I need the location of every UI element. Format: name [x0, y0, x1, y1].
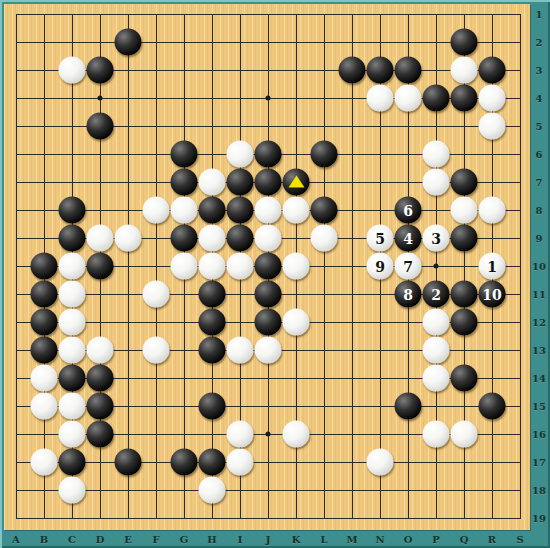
coord-label-bottom-B: B — [40, 534, 48, 545]
coord-label-bottom-A: A — [12, 534, 20, 545]
white-stone-P6[interactable] — [423, 141, 450, 168]
white-stone-R5[interactable] — [479, 113, 506, 140]
black-stone-G6[interactable] — [171, 141, 198, 168]
white-stone-R10[interactable]: 1 — [479, 253, 506, 280]
move-number-label: 7 — [403, 259, 413, 273]
grid-line-vertical — [324, 14, 325, 519]
move-number-label: 10 — [482, 287, 501, 301]
move-number-label: 6 — [403, 203, 413, 217]
white-stone-P12[interactable] — [423, 309, 450, 336]
star-point — [98, 96, 103, 101]
go-board-window: 65439718210 ABCDEFGHIJKLMNOPQRS123456789… — [0, 0, 550, 548]
star-point — [266, 432, 271, 437]
coord-label-bottom-M: M — [346, 534, 357, 545]
coord-label-right-12: 12 — [532, 317, 546, 328]
coord-label-right-5: 5 — [536, 121, 543, 132]
black-stone-G7[interactable] — [171, 169, 198, 196]
white-stone-I6[interactable] — [227, 141, 254, 168]
white-stone-Q3[interactable] — [451, 57, 478, 84]
black-stone-D5[interactable] — [87, 113, 114, 140]
white-stone-C18[interactable] — [59, 477, 86, 504]
white-stone-J9[interactable] — [255, 225, 282, 252]
coord-label-right-17: 17 — [532, 457, 546, 468]
go-board[interactable]: 65439718210 — [4, 4, 530, 530]
white-stone-P16[interactable] — [423, 421, 450, 448]
black-stone-B10[interactable] — [31, 253, 58, 280]
white-stone-P13[interactable] — [423, 337, 450, 364]
white-stone-K16[interactable] — [283, 421, 310, 448]
black-stone-Q9[interactable] — [451, 225, 478, 252]
coord-label-bottom-O: O — [404, 534, 413, 545]
white-stone-G8[interactable] — [171, 197, 198, 224]
black-stone-N3[interactable] — [367, 57, 394, 84]
coord-label-right-11: 11 — [532, 289, 546, 300]
white-stone-C3[interactable] — [59, 57, 86, 84]
move-number-label: 8 — [403, 287, 413, 301]
white-stone-R8[interactable] — [479, 197, 506, 224]
coord-label-bottom-E: E — [124, 534, 132, 545]
black-stone-O9[interactable]: 4 — [395, 225, 422, 252]
coord-label-right-18: 18 — [532, 485, 546, 496]
black-stone-J11[interactable] — [255, 281, 282, 308]
black-stone-H11[interactable] — [199, 281, 226, 308]
coord-label-bottom-N: N — [375, 534, 384, 545]
black-stone-P11[interactable]: 2 — [423, 281, 450, 308]
black-stone-B13[interactable] — [31, 337, 58, 364]
black-stone-M3[interactable] — [339, 57, 366, 84]
coord-label-bottom-G: G — [180, 534, 189, 545]
black-stone-O11[interactable]: 8 — [395, 281, 422, 308]
coord-label-bottom-C: C — [68, 534, 76, 545]
white-stone-F13[interactable] — [143, 337, 170, 364]
black-stone-D3[interactable] — [87, 57, 114, 84]
white-stone-O4[interactable] — [395, 85, 422, 112]
white-stone-B14[interactable] — [31, 365, 58, 392]
white-stone-H9[interactable] — [199, 225, 226, 252]
white-stone-H7[interactable] — [199, 169, 226, 196]
black-stone-J10[interactable] — [255, 253, 282, 280]
black-stone-I9[interactable] — [227, 225, 254, 252]
white-stone-Q8[interactable] — [451, 197, 478, 224]
coord-label-right-4: 4 — [536, 93, 543, 104]
coord-label-bottom-I: I — [238, 534, 243, 545]
black-stone-E17[interactable] — [115, 449, 142, 476]
coord-label-bottom-Q: Q — [460, 534, 469, 545]
black-stone-G9[interactable] — [171, 225, 198, 252]
black-stone-H17[interactable] — [199, 449, 226, 476]
black-stone-B11[interactable] — [31, 281, 58, 308]
coord-label-right-16: 16 — [532, 429, 546, 440]
black-stone-D15[interactable] — [87, 393, 114, 420]
coord-label-right-6: 6 — [536, 149, 543, 160]
white-stone-F8[interactable] — [143, 197, 170, 224]
black-stone-R3[interactable] — [479, 57, 506, 84]
coord-label-bottom-J: J — [266, 534, 271, 545]
white-stone-J8[interactable] — [255, 197, 282, 224]
black-stone-Q7[interactable] — [451, 169, 478, 196]
star-point — [434, 264, 439, 269]
black-stone-I7[interactable] — [227, 169, 254, 196]
white-stone-G10[interactable] — [171, 253, 198, 280]
coord-label-right-10: 10 — [532, 261, 546, 272]
white-stone-C13[interactable] — [59, 337, 86, 364]
black-stone-O3[interactable] — [395, 57, 422, 84]
grid-line-horizontal — [16, 462, 521, 463]
coord-label-bottom-K: K — [292, 534, 301, 545]
white-stone-C12[interactable] — [59, 309, 86, 336]
grid-line-horizontal — [16, 518, 521, 519]
coord-label-bottom-R: R — [488, 534, 496, 545]
white-stone-N4[interactable] — [367, 85, 394, 112]
white-stone-R4[interactable] — [479, 85, 506, 112]
star-point — [266, 96, 271, 101]
coord-label-right-19: 19 — [532, 513, 546, 524]
coord-label-right-13: 13 — [532, 345, 546, 356]
black-stone-E2[interactable] — [115, 29, 142, 56]
white-stone-I10[interactable] — [227, 253, 254, 280]
white-stone-K8[interactable] — [283, 197, 310, 224]
white-stone-D13[interactable] — [87, 337, 114, 364]
black-stone-Q11[interactable] — [451, 281, 478, 308]
black-stone-H8[interactable] — [199, 197, 226, 224]
white-stone-D9[interactable] — [87, 225, 114, 252]
black-stone-H13[interactable] — [199, 337, 226, 364]
white-stone-P7[interactable] — [423, 169, 450, 196]
coord-label-right-9: 9 — [536, 233, 543, 244]
black-stone-D14[interactable] — [87, 365, 114, 392]
black-stone-C17[interactable] — [59, 449, 86, 476]
grid-line-vertical — [352, 14, 353, 519]
coord-label-bottom-P: P — [432, 534, 440, 545]
grid-line-vertical — [520, 14, 521, 519]
white-stone-L9[interactable] — [311, 225, 338, 252]
black-stone-J12[interactable] — [255, 309, 282, 336]
white-stone-H18[interactable] — [199, 477, 226, 504]
move-number-label: 9 — [375, 259, 385, 273]
black-stone-Q14[interactable] — [451, 365, 478, 392]
black-stone-C8[interactable] — [59, 197, 86, 224]
black-stone-O15[interactable] — [395, 393, 422, 420]
coord-label-right-14: 14 — [532, 373, 546, 384]
white-stone-H10[interactable] — [199, 253, 226, 280]
black-stone-L8[interactable] — [311, 197, 338, 224]
white-stone-B15[interactable] — [31, 393, 58, 420]
coord-label-bottom-L: L — [320, 534, 327, 545]
white-stone-K12[interactable] — [283, 309, 310, 336]
white-stone-P9[interactable]: 3 — [423, 225, 450, 252]
black-stone-J7[interactable] — [255, 169, 282, 196]
grid-line-horizontal — [16, 490, 521, 491]
black-stone-G17[interactable] — [171, 449, 198, 476]
coord-label-right-7: 7 — [536, 177, 543, 188]
black-stone-D16[interactable] — [87, 421, 114, 448]
black-stone-J6[interactable] — [255, 141, 282, 168]
coord-label-right-3: 3 — [536, 65, 543, 76]
white-stone-E9[interactable] — [115, 225, 142, 252]
triangle-marker-icon — [288, 175, 304, 187]
black-stone-C9[interactable] — [59, 225, 86, 252]
black-stone-P4[interactable] — [423, 85, 450, 112]
black-stone-L6[interactable] — [311, 141, 338, 168]
white-stone-C10[interactable] — [59, 253, 86, 280]
coord-label-right-2: 2 — [536, 37, 543, 48]
black-stone-Q12[interactable] — [451, 309, 478, 336]
white-stone-K10[interactable] — [283, 253, 310, 280]
white-stone-P14[interactable] — [423, 365, 450, 392]
coord-label-bottom-D: D — [96, 534, 105, 545]
coord-label-bottom-F: F — [152, 534, 159, 545]
white-stone-N9[interactable]: 5 — [367, 225, 394, 252]
coord-label-right-15: 15 — [532, 401, 546, 412]
black-stone-R11[interactable]: 10 — [479, 281, 506, 308]
move-number-label: 3 — [431, 231, 441, 245]
white-stone-I13[interactable] — [227, 337, 254, 364]
white-stone-Q16[interactable] — [451, 421, 478, 448]
white-stone-I17[interactable] — [227, 449, 254, 476]
coord-label-right-8: 8 — [536, 205, 543, 216]
white-stone-C15[interactable] — [59, 393, 86, 420]
black-stone-O8[interactable]: 6 — [395, 197, 422, 224]
white-stone-B17[interactable] — [31, 449, 58, 476]
move-number-label: 4 — [403, 231, 413, 245]
black-stone-I8[interactable] — [227, 197, 254, 224]
coord-label-bottom-H: H — [207, 534, 216, 545]
move-number-label: 1 — [487, 259, 497, 273]
black-stone-R15[interactable] — [479, 393, 506, 420]
move-number-label: 2 — [431, 287, 441, 301]
coord-label-bottom-S: S — [516, 534, 523, 545]
black-stone-K7[interactable] — [283, 169, 310, 196]
black-stone-Q2[interactable] — [451, 29, 478, 56]
black-stone-C14[interactable] — [59, 365, 86, 392]
white-stone-N17[interactable] — [367, 449, 394, 476]
white-stone-I16[interactable] — [227, 421, 254, 448]
white-stone-F11[interactable] — [143, 281, 170, 308]
white-stone-J13[interactable] — [255, 337, 282, 364]
black-stone-B12[interactable] — [31, 309, 58, 336]
white-stone-C11[interactable] — [59, 281, 86, 308]
black-stone-D10[interactable] — [87, 253, 114, 280]
black-stone-Q4[interactable] — [451, 85, 478, 112]
black-stone-H12[interactable] — [199, 309, 226, 336]
white-stone-O10[interactable]: 7 — [395, 253, 422, 280]
move-number-label: 5 — [375, 231, 385, 245]
white-stone-C16[interactable] — [59, 421, 86, 448]
coord-label-right-1: 1 — [536, 9, 543, 20]
white-stone-N10[interactable]: 9 — [367, 253, 394, 280]
black-stone-H15[interactable] — [199, 393, 226, 420]
